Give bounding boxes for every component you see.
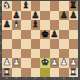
square-g8[interactable] — [59, 1, 69, 11]
square-c8[interactable]: ♝ — [21, 1, 31, 11]
white-pawn: ♟ — [12, 58, 20, 68]
file-label-d: d — [31, 77, 41, 80]
square-c3[interactable] — [21, 49, 31, 59]
square-h2[interactable]: ♟ — [69, 58, 79, 68]
black-pawn: ♟ — [12, 11, 20, 21]
square-e4[interactable] — [40, 39, 50, 49]
square-a4[interactable] — [2, 39, 12, 49]
rank-label-2: 2 — [0, 58, 2, 68]
square-e5[interactable]: ♚ — [40, 30, 50, 40]
square-a2[interactable]: ♟ — [2, 58, 12, 68]
black-pawn: ♟ — [50, 30, 58, 40]
square-g2[interactable]: ♟ — [59, 58, 69, 68]
square-g6[interactable] — [59, 20, 69, 30]
square-b7[interactable]: ♟ — [12, 11, 22, 21]
square-h6[interactable] — [69, 20, 79, 30]
square-c2[interactable] — [21, 58, 31, 68]
rank-coordinates: 87654321 — [0, 1, 2, 77]
square-e2[interactable]: ♚ — [40, 58, 50, 68]
square-b4[interactable] — [12, 39, 22, 49]
rank-label-6: 6 — [0, 20, 2, 30]
square-a7[interactable] — [2, 11, 12, 21]
square-b8[interactable] — [12, 1, 22, 11]
square-a6[interactable]: ♟ — [2, 20, 12, 30]
chess-app-window: ♞♝♜♟♟♟♟♟♝♝♚♟♟♟♚♟♟♟♜♜ abcdefgh 87654321 — [0, 0, 80, 80]
rank-label-7: 7 — [0, 11, 2, 21]
white-pawn: ♟ — [60, 58, 68, 68]
file-label-f: f — [50, 77, 60, 80]
black-bishop: ♝ — [31, 20, 39, 30]
square-d3[interactable] — [31, 49, 41, 59]
white-pawn: ♟ — [3, 58, 11, 68]
file-label-a: a — [2, 77, 12, 80]
square-c7[interactable] — [21, 11, 31, 21]
square-b5[interactable] — [12, 30, 22, 40]
square-f2[interactable]: ♟ — [50, 58, 60, 68]
black-pawn: ♟ — [69, 11, 77, 21]
square-g7[interactable]: ♟ — [59, 11, 69, 21]
file-label-h: h — [69, 77, 79, 80]
square-e3[interactable] — [40, 49, 50, 59]
file-label-b: b — [12, 77, 22, 80]
square-e8[interactable] — [40, 1, 50, 11]
file-coordinates: abcdefgh — [2, 77, 78, 80]
square-h7[interactable]: ♟ — [69, 11, 79, 21]
white-bishop: ♝ — [12, 20, 20, 30]
square-c6[interactable] — [21, 20, 31, 30]
square-e7[interactable] — [40, 11, 50, 21]
square-f6[interactable] — [50, 20, 60, 30]
square-c4[interactable] — [21, 39, 31, 49]
black-king: ♚ — [41, 30, 49, 40]
black-pawn: ♟ — [31, 11, 39, 21]
square-d5[interactable] — [31, 30, 41, 40]
square-h4[interactable] — [69, 39, 79, 49]
square-g4[interactable] — [59, 39, 69, 49]
square-f8[interactable] — [50, 1, 60, 11]
square-f4[interactable] — [50, 39, 60, 49]
square-f3[interactable] — [50, 49, 60, 59]
square-d2[interactable] — [31, 58, 41, 68]
square-d4[interactable] — [31, 39, 41, 49]
white-pawn: ♟ — [69, 58, 77, 68]
square-g5[interactable] — [59, 30, 69, 40]
file-label-e: e — [40, 77, 50, 80]
black-pawn: ♟ — [60, 11, 68, 21]
white-knight: ♞ — [3, 1, 11, 11]
square-d7[interactable]: ♟ — [31, 11, 41, 21]
file-label-g: g — [59, 77, 69, 80]
white-pawn: ♟ — [50, 58, 58, 68]
rank-label-1: 1 — [0, 68, 2, 78]
square-d8[interactable] — [31, 1, 41, 11]
rank-label-5: 5 — [0, 30, 2, 40]
square-f7[interactable] — [50, 11, 60, 21]
square-b2[interactable]: ♟ — [12, 58, 22, 68]
black-pawn: ♟ — [3, 20, 11, 30]
file-label-c: c — [21, 77, 31, 80]
square-h3[interactable] — [69, 49, 79, 59]
square-c5[interactable] — [21, 30, 31, 40]
square-a3[interactable] — [2, 49, 12, 59]
square-a5[interactable] — [2, 30, 12, 40]
chess-board: ♞♝♜♟♟♟♟♟♝♝♚♟♟♟♚♟♟♟♜♜ — [2, 1, 78, 77]
square-b3[interactable] — [12, 49, 22, 59]
rank-label-8: 8 — [0, 1, 2, 11]
square-h5[interactable] — [69, 30, 79, 40]
square-h8[interactable]: ♜ — [69, 1, 79, 11]
rank-label-3: 3 — [0, 49, 2, 59]
black-rook: ♜ — [69, 1, 77, 11]
rank-label-4: 4 — [0, 39, 2, 49]
square-e6[interactable] — [40, 20, 50, 30]
square-a8[interactable]: ♞ — [2, 1, 12, 11]
white-king: ♚ — [41, 58, 49, 68]
black-bishop: ♝ — [22, 1, 30, 11]
square-d6[interactable]: ♝ — [31, 20, 41, 30]
square-g3[interactable] — [59, 49, 69, 59]
square-b6[interactable]: ♝ — [12, 20, 22, 30]
square-f5[interactable]: ♟ — [50, 30, 60, 40]
